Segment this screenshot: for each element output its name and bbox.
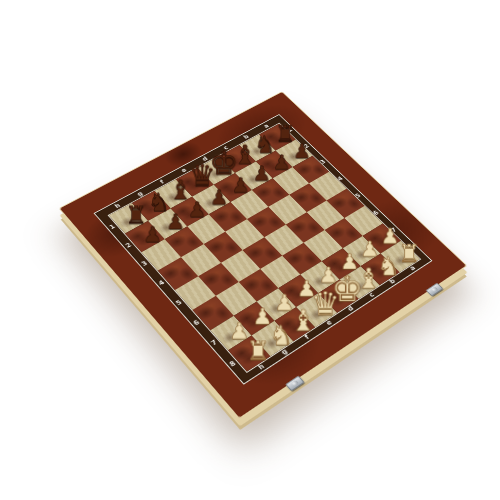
coordinate-label: 4 — [328, 168, 353, 189]
piece-shadow — [244, 142, 270, 161]
square-c3 — [251, 178, 289, 207]
piece-dark-bishop: ♝ — [166, 176, 196, 203]
piece-shadow — [261, 158, 287, 177]
square-a5 — [327, 189, 365, 218]
coordinate-label: 1 — [278, 120, 302, 140]
piece-shadow — [219, 181, 246, 201]
piece-dark-rook: ♜ — [271, 123, 299, 145]
square-a2: ♟ — [276, 139, 313, 166]
piece-dark-pawn: ♟ — [288, 142, 316, 162]
square-c1: ♝ — [219, 145, 256, 173]
square-d3 — [230, 190, 268, 219]
coordinate-label: g — [126, 184, 155, 203]
square-b3 — [272, 167, 309, 195]
chessboard: hgfedcba hgfedcba 12345678 12345678 ♜♞♝♛… — [59, 91, 468, 419]
piece-shadow — [240, 170, 267, 189]
piece-shadow — [224, 153, 250, 172]
square-d1: ♚ — [197, 156, 234, 184]
coordinate-label: a — [253, 117, 279, 134]
square-b2: ♟ — [255, 150, 292, 178]
coordinate-label: e — [170, 161, 198, 179]
square-c4 — [268, 195, 306, 225]
coordinate-label: 3 — [311, 152, 336, 173]
square-b4 — [289, 183, 327, 212]
metal-clasp-icon — [426, 283, 444, 297]
square-a4 — [309, 172, 346, 201]
square-c2: ♟ — [235, 162, 272, 190]
square-e3 — [209, 202, 247, 232]
square-f1: ♝ — [154, 179, 192, 208]
coordinate-label: 7 — [381, 219, 407, 242]
square-d2: ♟ — [214, 173, 252, 202]
coordinate-label: d — [191, 150, 218, 168]
square-e2: ♟ — [192, 185, 230, 214]
coordinate-label: f — [148, 173, 176, 192]
piece-dark-pawn: ♟ — [226, 176, 255, 196]
piece-dark-knight: ♞ — [251, 133, 279, 157]
square-c5 — [286, 212, 324, 242]
piece-shadow — [203, 164, 230, 183]
coordinate-label: b — [233, 128, 260, 145]
chessboard-wrapper: hgfedcba hgfedcba 12345678 12345678 ♜♞♝♛… — [98, 72, 428, 402]
product-photo: hgfedcba hgfedcba 12345678 12345678 ♜♞♝♛… — [0, 0, 500, 500]
piece-shadow — [159, 187, 186, 207]
square-b5 — [306, 200, 344, 230]
piece-dark-pawn: ♟ — [204, 187, 234, 208]
coordinate-label: 6 — [363, 202, 389, 224]
piece-dark-pawn: ♟ — [267, 153, 296, 173]
coordinate-label: c — [212, 139, 239, 156]
piece-dark-pawn: ♟ — [247, 164, 276, 184]
piece-shadow — [281, 147, 307, 166]
metal-clasp-icon — [285, 375, 305, 391]
piece-dark-pawn: ♟ — [137, 224, 167, 245]
square-b1: ♞ — [239, 134, 276, 161]
piece-dark-bishop: ♝ — [230, 142, 259, 168]
square-a6 — [344, 206, 382, 236]
piece-shadow — [181, 176, 208, 196]
piece-dark-king: ♚ — [209, 146, 238, 179]
piece-shadow — [197, 193, 224, 213]
piece-shadow — [264, 131, 290, 149]
piece-light-rook: ♜ — [242, 338, 275, 364]
piece-dark-queen: ♛ — [188, 161, 217, 191]
coordinate-label: 5 — [345, 185, 371, 207]
coordinate-label: 2 — [294, 136, 318, 156]
square-a1: ♜ — [259, 124, 295, 151]
square-d4 — [247, 207, 285, 237]
square-a3 — [292, 155, 329, 183]
square-e1: ♛ — [176, 168, 214, 197]
